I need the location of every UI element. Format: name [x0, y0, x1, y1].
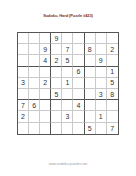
cell-r2c6[interactable]	[73, 44, 84, 55]
cell-r8c1[interactable]: 2	[18, 111, 29, 122]
cell-r8c2[interactable]	[29, 111, 40, 122]
cell-r4c1[interactable]	[18, 67, 29, 78]
cell-r4c9[interactable]: 1	[107, 67, 118, 78]
cell-r6c1[interactable]	[18, 89, 29, 100]
cell-r9c6[interactable]	[73, 123, 84, 134]
cell-r6c8[interactable]: 3	[96, 89, 107, 100]
cell-r8c7[interactable]	[85, 111, 96, 122]
cell-r6c9[interactable]: 8	[107, 89, 118, 100]
cell-r5c8[interactable]	[96, 78, 107, 89]
cell-r9c7[interactable]: 5	[85, 123, 96, 134]
cell-r4c8[interactable]	[96, 67, 107, 78]
cell-r9c8[interactable]	[96, 123, 107, 134]
footer-url: www.sudoku-puzzles.net	[0, 162, 136, 166]
cell-r8c5[interactable]: 3	[62, 111, 73, 122]
cell-r6c7[interactable]	[85, 89, 96, 100]
cell-r6c4[interactable]: 5	[51, 89, 62, 100]
cell-r8c3[interactable]	[40, 111, 51, 122]
cell-r4c4[interactable]	[51, 67, 62, 78]
cell-r8c6[interactable]	[73, 111, 84, 122]
cell-r3c5[interactable]: 5	[62, 55, 73, 66]
cell-r1c1[interactable]	[18, 33, 29, 44]
page-title: Sudoku, Hard (Puzzle #423)	[0, 13, 136, 18]
cell-r8c9[interactable]	[107, 111, 118, 122]
cell-r8c8[interactable]: 1	[96, 111, 107, 122]
cell-r1c7[interactable]	[85, 33, 96, 44]
cell-r1c4[interactable]: 9	[51, 33, 62, 44]
cell-r7c9[interactable]	[107, 100, 118, 111]
cell-r7c3[interactable]	[40, 100, 51, 111]
cell-r3c8[interactable]: 9	[96, 55, 107, 66]
cell-r4c6[interactable]: 6	[73, 67, 84, 78]
cell-r9c3[interactable]	[40, 123, 51, 134]
cell-r5c5[interactable]: 1	[62, 78, 73, 89]
cell-r4c5[interactable]	[62, 67, 73, 78]
cell-r6c2[interactable]	[29, 89, 40, 100]
cell-r9c9[interactable]: 7	[107, 123, 118, 134]
cell-r5c4[interactable]	[51, 78, 62, 89]
cell-r7c6[interactable]: 4	[73, 100, 84, 111]
cell-r2c1[interactable]	[18, 44, 29, 55]
cell-r3c3[interactable]: 4	[40, 55, 51, 66]
cell-r4c3[interactable]	[40, 67, 51, 78]
cell-r4c2[interactable]	[29, 67, 40, 78]
cell-r6c6[interactable]	[73, 89, 84, 100]
cell-r3c4[interactable]: 2	[51, 55, 62, 66]
cell-r1c9[interactable]	[107, 33, 118, 44]
cell-r1c5[interactable]	[62, 33, 73, 44]
cell-r5c3[interactable]: 2	[40, 78, 51, 89]
page: { "game": "sudoku", "title": "Sudoku, Ha…	[0, 0, 136, 176]
cell-r2c4[interactable]	[51, 44, 62, 55]
cell-r5c1[interactable]: 3	[18, 78, 29, 89]
cell-r5c2[interactable]	[29, 78, 40, 89]
sudoku-board: 99782425961321553876423157	[17, 32, 119, 135]
cell-r1c6[interactable]	[73, 33, 84, 44]
cell-r3c6[interactable]	[73, 55, 84, 66]
cell-r9c5[interactable]	[62, 123, 73, 134]
cell-r9c1[interactable]	[18, 123, 29, 134]
cell-r7c4[interactable]	[51, 100, 62, 111]
cell-r3c2[interactable]	[29, 55, 40, 66]
cell-r3c9[interactable]	[107, 55, 118, 66]
cell-r3c1[interactable]	[18, 55, 29, 66]
cell-r1c3[interactable]	[40, 33, 51, 44]
cell-r8c4[interactable]	[51, 111, 62, 122]
cell-r5c7[interactable]	[85, 78, 96, 89]
cell-r7c5[interactable]	[62, 100, 73, 111]
cell-r9c2[interactable]	[29, 123, 40, 134]
cell-r7c2[interactable]: 6	[29, 100, 40, 111]
cell-r2c2[interactable]	[29, 44, 40, 55]
cell-r4c7[interactable]	[85, 67, 96, 78]
cell-r6c5[interactable]	[62, 89, 73, 100]
puzzle-sheet: Sudoku, Hard (Puzzle #423) 9978242596132…	[0, 0, 136, 176]
cell-r7c7[interactable]	[85, 100, 96, 111]
cell-r2c9[interactable]: 2	[107, 44, 118, 55]
cell-r3c7[interactable]	[85, 55, 96, 66]
cell-r5c9[interactable]: 5	[107, 78, 118, 89]
cell-r9c4[interactable]	[51, 123, 62, 134]
cell-r6c3[interactable]	[40, 89, 51, 100]
cell-r2c5[interactable]: 7	[62, 44, 73, 55]
cell-r7c8[interactable]	[96, 100, 107, 111]
cell-r2c7[interactable]: 8	[85, 44, 96, 55]
cell-r1c2[interactable]	[29, 33, 40, 44]
cell-r1c8[interactable]	[96, 33, 107, 44]
cell-r2c3[interactable]: 9	[40, 44, 51, 55]
cell-r5c6[interactable]	[73, 78, 84, 89]
cell-r7c1[interactable]: 7	[18, 100, 29, 111]
cell-r2c8[interactable]	[96, 44, 107, 55]
